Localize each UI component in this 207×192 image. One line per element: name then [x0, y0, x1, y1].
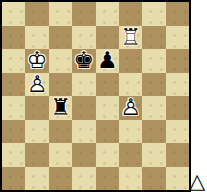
square-e3[interactable]: [96, 120, 119, 144]
square-d6[interactable]: ♚: [72, 49, 95, 73]
square-d4[interactable]: [72, 96, 95, 120]
square-f6[interactable]: [119, 49, 142, 73]
white-pawn-outline-glyph: ♙: [25, 73, 48, 97]
square-e6[interactable]: ♟: [96, 49, 119, 73]
square-h4[interactable]: [166, 96, 189, 120]
black-rook[interactable]: ♜: [49, 96, 72, 120]
white-king[interactable]: ♚♔: [25, 49, 48, 73]
square-f4[interactable]: ♟♙: [119, 96, 142, 120]
square-c4[interactable]: ♜: [49, 96, 72, 120]
square-c7[interactable]: [49, 26, 72, 50]
square-g7[interactable]: [142, 26, 165, 50]
square-h5[interactable]: [166, 73, 189, 97]
square-a5[interactable]: [2, 73, 25, 97]
square-c5[interactable]: [49, 73, 72, 97]
square-b2[interactable]: [25, 143, 48, 167]
square-f7[interactable]: ♜♖: [119, 26, 142, 50]
square-h8[interactable]: [166, 2, 189, 26]
square-b6[interactable]: ♚♔: [25, 49, 48, 73]
square-b7[interactable]: [25, 26, 48, 50]
white-rook-outline-glyph: ♖: [119, 26, 142, 50]
square-g8[interactable]: [142, 2, 165, 26]
square-f1[interactable]: [119, 167, 142, 191]
square-e4[interactable]: [96, 96, 119, 120]
square-c8[interactable]: [49, 2, 72, 26]
white-pawn[interactable]: ♟♙: [119, 96, 142, 120]
square-a7[interactable]: [2, 26, 25, 50]
square-f5[interactable]: [119, 73, 142, 97]
black-king-glyph: ♚: [72, 49, 95, 73]
square-d8[interactable]: [72, 2, 95, 26]
black-rook-glyph: ♜: [49, 96, 72, 120]
square-h7[interactable]: [166, 26, 189, 50]
white-rook[interactable]: ♜♖: [119, 26, 142, 50]
square-a1[interactable]: [2, 167, 25, 191]
square-g4[interactable]: [142, 96, 165, 120]
square-b1[interactable]: [25, 167, 48, 191]
square-h6[interactable]: [166, 49, 189, 73]
square-d1[interactable]: [72, 167, 95, 191]
square-d3[interactable]: [72, 120, 95, 144]
black-pawn-glyph: ♟: [96, 49, 119, 73]
white-king-outline-glyph: ♔: [25, 49, 48, 73]
white-pawn[interactable]: ♟♙: [25, 73, 48, 97]
square-b5[interactable]: ♟♙: [25, 73, 48, 97]
square-a8[interactable]: [2, 2, 25, 26]
square-b8[interactable]: [25, 2, 48, 26]
square-g5[interactable]: [142, 73, 165, 97]
square-f3[interactable]: [119, 120, 142, 144]
chess-board: ♜♖♚♔♚♟♟♙♜♟♙: [0, 0, 191, 192]
black-pawn[interactable]: ♟: [96, 49, 119, 73]
square-d2[interactable]: [72, 143, 95, 167]
square-d5[interactable]: [72, 73, 95, 97]
square-b4[interactable]: [25, 96, 48, 120]
square-h1[interactable]: [166, 167, 189, 191]
square-c6[interactable]: [49, 49, 72, 73]
square-e2[interactable]: [96, 143, 119, 167]
square-e7[interactable]: [96, 26, 119, 50]
square-d7[interactable]: [72, 26, 95, 50]
chess-diagram: ♜♖♚♔♚♟♟♙♜♟♙ △: [0, 0, 207, 192]
square-g3[interactable]: [142, 120, 165, 144]
white-pawn-outline-glyph: ♙: [119, 96, 142, 120]
square-f8[interactable]: [119, 2, 142, 26]
square-b3[interactable]: [25, 120, 48, 144]
square-c3[interactable]: [49, 120, 72, 144]
square-h3[interactable]: [166, 120, 189, 144]
square-a3[interactable]: [2, 120, 25, 144]
square-e5[interactable]: [96, 73, 119, 97]
square-a2[interactable]: [2, 143, 25, 167]
square-c1[interactable]: [49, 167, 72, 191]
square-e1[interactable]: [96, 167, 119, 191]
square-g2[interactable]: [142, 143, 165, 167]
square-c2[interactable]: [49, 143, 72, 167]
square-e8[interactable]: [96, 2, 119, 26]
black-king[interactable]: ♚: [72, 49, 95, 73]
square-a4[interactable]: [2, 96, 25, 120]
square-g1[interactable]: [142, 167, 165, 191]
square-a6[interactable]: [2, 49, 25, 73]
square-f2[interactable]: [119, 143, 142, 167]
square-g6[interactable]: [142, 49, 165, 73]
square-h2[interactable]: [166, 143, 189, 167]
white-to-move-icon: △: [189, 171, 205, 192]
